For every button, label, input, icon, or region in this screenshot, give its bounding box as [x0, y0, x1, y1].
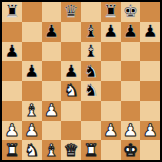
square-h6[interactable] [140, 42, 160, 62]
square-f1[interactable] [101, 140, 121, 160]
square-c6[interactable] [42, 42, 62, 62]
square-c1[interactable]: ♝ [42, 140, 62, 160]
square-f2[interactable]: ♟ [101, 121, 121, 141]
black-pawn-f7[interactable]: ♟ [103, 23, 118, 40]
square-a5[interactable] [2, 61, 22, 81]
square-c5[interactable] [42, 61, 62, 81]
black-pawn-d5[interactable]: ♟ [64, 62, 79, 79]
black-pawn-g7[interactable]: ♟ [123, 23, 138, 40]
square-d3[interactable] [61, 101, 81, 121]
white-pawn-b2[interactable]: ♟ [24, 121, 39, 138]
black-king-g8[interactable]: ♚ [123, 3, 138, 20]
square-b5[interactable]: ♟ [22, 61, 42, 81]
white-bishop-c1[interactable]: ♝ [44, 141, 59, 158]
square-c4[interactable] [42, 81, 62, 101]
square-f7[interactable]: ♟ [101, 22, 121, 42]
square-h7[interactable]: ♟ [140, 22, 160, 42]
square-d1[interactable]: ♛ [61, 140, 81, 160]
square-g8[interactable]: ♚ [121, 2, 141, 22]
square-a3[interactable] [2, 101, 22, 121]
black-rook-f8[interactable]: ♜ [103, 3, 118, 20]
black-pawn-c7[interactable]: ♟ [44, 23, 59, 40]
square-g6[interactable] [121, 42, 141, 62]
black-bishop-e6[interactable]: ♝ [83, 42, 98, 59]
white-queen-d1[interactable]: ♛ [64, 141, 79, 158]
black-rook-a8[interactable]: ♜ [4, 3, 19, 20]
square-h1[interactable] [140, 140, 160, 160]
square-c7[interactable]: ♟ [42, 22, 62, 42]
square-a4[interactable] [2, 81, 22, 101]
chess-board: ♜♛♜♚♟♝♟♟♟♟♝♟♟♞♞♞♝♟♟♟♟♟♟♜♞♝♛♜♚ [0, 0, 162, 162]
square-a6[interactable]: ♟ [2, 42, 22, 62]
square-d7[interactable] [61, 22, 81, 42]
square-e5[interactable]: ♞ [81, 61, 101, 81]
square-g3[interactable] [121, 101, 141, 121]
square-h2[interactable]: ♟ [140, 121, 160, 141]
square-e1[interactable]: ♜ [81, 140, 101, 160]
square-h3[interactable] [140, 101, 160, 121]
square-b1[interactable]: ♞ [22, 140, 42, 160]
square-d4[interactable]: ♞ [61, 81, 81, 101]
square-a7[interactable] [2, 22, 22, 42]
square-d6[interactable] [61, 42, 81, 62]
square-f5[interactable] [101, 61, 121, 81]
square-f6[interactable] [101, 42, 121, 62]
black-knight-e4[interactable]: ♞ [83, 82, 98, 99]
square-a2[interactable]: ♟ [2, 121, 22, 141]
square-b2[interactable]: ♟ [22, 121, 42, 141]
white-king-g1[interactable]: ♚ [123, 141, 138, 158]
square-b6[interactable] [22, 42, 42, 62]
square-d5[interactable]: ♟ [61, 61, 81, 81]
square-h5[interactable] [140, 61, 160, 81]
white-pawn-f2[interactable]: ♟ [103, 121, 118, 138]
square-d8[interactable]: ♛ [61, 2, 81, 22]
white-pawn-g2[interactable]: ♟ [123, 121, 138, 138]
white-knight-d4[interactable]: ♞ [64, 82, 79, 99]
square-b7[interactable] [22, 22, 42, 42]
white-pawn-c3[interactable]: ♟ [44, 102, 59, 119]
square-a1[interactable]: ♜ [2, 140, 22, 160]
white-rook-a1[interactable]: ♜ [4, 141, 19, 158]
square-c8[interactable] [42, 2, 62, 22]
square-f4[interactable] [101, 81, 121, 101]
square-e4[interactable]: ♞ [81, 81, 101, 101]
square-g2[interactable]: ♟ [121, 121, 141, 141]
square-e7[interactable]: ♝ [81, 22, 101, 42]
square-c2[interactable] [42, 121, 62, 141]
square-f8[interactable]: ♜ [101, 2, 121, 22]
square-e3[interactable] [81, 101, 101, 121]
square-g7[interactable]: ♟ [121, 22, 141, 42]
square-d2[interactable] [61, 121, 81, 141]
white-pawn-a2[interactable]: ♟ [4, 121, 19, 138]
black-queen-d8[interactable]: ♛ [64, 3, 79, 20]
black-bishop-e7[interactable]: ♝ [83, 23, 98, 40]
black-pawn-a6[interactable]: ♟ [4, 42, 19, 59]
black-pawn-h7[interactable]: ♟ [143, 23, 158, 40]
square-b4[interactable] [22, 81, 42, 101]
square-c3[interactable]: ♟ [42, 101, 62, 121]
square-e2[interactable] [81, 121, 101, 141]
black-pawn-b5[interactable]: ♟ [24, 62, 39, 79]
square-g1[interactable]: ♚ [121, 140, 141, 160]
square-g4[interactable] [121, 81, 141, 101]
square-e8[interactable] [81, 2, 101, 22]
square-f3[interactable] [101, 101, 121, 121]
white-rook-e1[interactable]: ♜ [83, 141, 98, 158]
white-pawn-h2[interactable]: ♟ [143, 121, 158, 138]
square-b8[interactable] [22, 2, 42, 22]
square-b3[interactable]: ♝ [22, 101, 42, 121]
square-h8[interactable] [140, 2, 160, 22]
square-h4[interactable] [140, 81, 160, 101]
white-knight-b1[interactable]: ♞ [24, 141, 39, 158]
white-bishop-b3[interactable]: ♝ [24, 102, 39, 119]
black-knight-e5[interactable]: ♞ [83, 62, 98, 79]
square-g5[interactable] [121, 61, 141, 81]
square-a8[interactable]: ♜ [2, 2, 22, 22]
square-e6[interactable]: ♝ [81, 42, 101, 62]
